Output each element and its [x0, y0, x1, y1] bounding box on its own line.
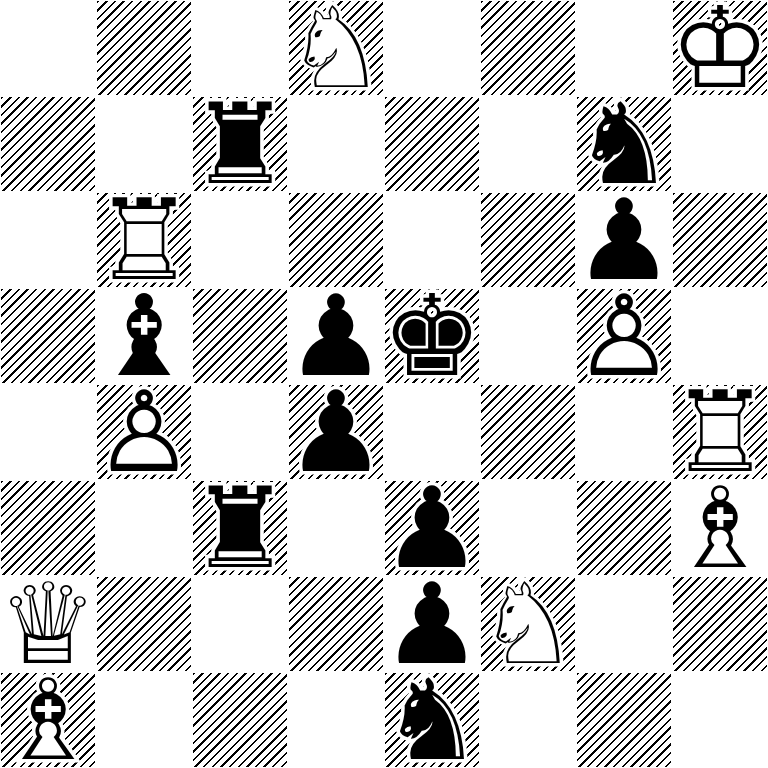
black-pawn-icon: ♟ — [384, 480, 480, 576]
black-pawn-underlay: ♟ — [288, 288, 384, 384]
white-knight-icon: ♘ — [480, 576, 576, 672]
square-c4[interactable] — [192, 384, 288, 480]
square-g2[interactable] — [576, 576, 672, 672]
square-h7[interactable] — [672, 96, 768, 192]
square-a2[interactable]: ♛♕ — [0, 576, 96, 672]
square-d6[interactable] — [288, 192, 384, 288]
black-pawn-icon: ♟ — [576, 192, 672, 288]
white-king-underlay: ♚ — [672, 0, 768, 96]
black-pawn-icon: ♟ — [384, 576, 480, 672]
black-pawn-underlay: ♟ — [288, 384, 384, 480]
white-rook-underlay: ♜ — [96, 192, 192, 288]
square-h2[interactable] — [672, 576, 768, 672]
white-knight-underlay: ♞ — [288, 0, 384, 96]
square-c2[interactable] — [192, 576, 288, 672]
square-h4[interactable]: ♜♖ — [672, 384, 768, 480]
square-f6[interactable] — [480, 192, 576, 288]
square-a5[interactable] — [0, 288, 96, 384]
square-e4[interactable] — [384, 384, 480, 480]
white-bishop-underlay: ♝ — [672, 480, 768, 576]
square-a1[interactable]: ♝♗ — [0, 672, 96, 768]
square-a6[interactable] — [0, 192, 96, 288]
square-h1[interactable] — [672, 672, 768, 768]
square-e3[interactable]: ♟♟ — [384, 480, 480, 576]
white-queen-underlay: ♛ — [0, 576, 96, 672]
white-pawn-underlay: ♟ — [576, 288, 672, 384]
square-g4[interactable] — [576, 384, 672, 480]
square-g6[interactable]: ♟♟ — [576, 192, 672, 288]
black-pawn-icon: ♟ — [288, 288, 384, 384]
square-e8[interactable] — [384, 0, 480, 96]
black-king-underlay: ♚ — [384, 288, 480, 384]
square-f2[interactable]: ♞♘ — [480, 576, 576, 672]
square-b5[interactable]: ♝♝ — [96, 288, 192, 384]
white-pawn-underlay: ♟ — [96, 384, 192, 480]
black-bishop-icon: ♝ — [96, 288, 192, 384]
square-a3[interactable] — [0, 480, 96, 576]
white-rook-icon: ♖ — [672, 384, 768, 480]
square-a7[interactable] — [0, 96, 96, 192]
square-f5[interactable] — [480, 288, 576, 384]
square-b4[interactable]: ♟♙ — [96, 384, 192, 480]
white-knight-underlay: ♞ — [480, 576, 576, 672]
square-a8[interactable] — [0, 0, 96, 96]
square-h3[interactable]: ♝♗ — [672, 480, 768, 576]
square-g5[interactable]: ♟♙ — [576, 288, 672, 384]
square-f4[interactable] — [480, 384, 576, 480]
square-c8[interactable] — [192, 0, 288, 96]
square-h6[interactable] — [672, 192, 768, 288]
black-knight-underlay: ♞ — [576, 96, 672, 192]
square-c5[interactable] — [192, 288, 288, 384]
square-g1[interactable] — [576, 672, 672, 768]
square-d8[interactable]: ♞♘ — [288, 0, 384, 96]
square-c3[interactable]: ♜♜ — [192, 480, 288, 576]
black-pawn-underlay: ♟ — [384, 480, 480, 576]
white-pawn-icon: ♙ — [96, 384, 192, 480]
square-c7[interactable]: ♜♜ — [192, 96, 288, 192]
black-knight-icon: ♞ — [384, 672, 480, 768]
square-d2[interactable] — [288, 576, 384, 672]
black-rook-icon: ♜ — [192, 96, 288, 192]
square-d3[interactable] — [288, 480, 384, 576]
square-g8[interactable] — [576, 0, 672, 96]
square-d7[interactable] — [288, 96, 384, 192]
square-h5[interactable] — [672, 288, 768, 384]
white-rook-underlay: ♜ — [672, 384, 768, 480]
white-queen-icon: ♕ — [0, 576, 96, 672]
black-knight-icon: ♞ — [576, 96, 672, 192]
square-f8[interactable] — [480, 0, 576, 96]
square-h8[interactable]: ♚♔ — [672, 0, 768, 96]
black-knight-underlay: ♞ — [384, 672, 480, 768]
square-f3[interactable] — [480, 480, 576, 576]
square-d5[interactable]: ♟♟ — [288, 288, 384, 384]
square-e7[interactable] — [384, 96, 480, 192]
white-rook-icon: ♖ — [96, 192, 192, 288]
black-rook-underlay: ♜ — [192, 96, 288, 192]
white-pawn-icon: ♙ — [576, 288, 672, 384]
square-e5[interactable]: ♚♚ — [384, 288, 480, 384]
black-pawn-icon: ♟ — [288, 384, 384, 480]
square-g3[interactable] — [576, 480, 672, 576]
chess-board: ♞♘♚♔♜♜♞♞♜♖♟♟♝♝♟♟♚♚♟♙♟♙♟♟♜♖♜♜♟♟♝♗♛♕♟♟♞♘♝♗… — [0, 0, 768, 768]
white-bishop-icon: ♗ — [0, 672, 96, 768]
square-e1[interactable]: ♞♞ — [384, 672, 480, 768]
white-bishop-icon: ♗ — [672, 480, 768, 576]
square-e6[interactable] — [384, 192, 480, 288]
square-c6[interactable] — [192, 192, 288, 288]
black-rook-icon: ♜ — [192, 480, 288, 576]
white-knight-icon: ♘ — [288, 0, 384, 96]
square-a4[interactable] — [0, 384, 96, 480]
black-bishop-underlay: ♝ — [96, 288, 192, 384]
square-b6[interactable]: ♜♖ — [96, 192, 192, 288]
black-king-icon: ♚ — [384, 288, 480, 384]
square-f7[interactable] — [480, 96, 576, 192]
square-d4[interactable]: ♟♟ — [288, 384, 384, 480]
square-f1[interactable] — [480, 672, 576, 768]
white-king-icon: ♔ — [672, 0, 768, 96]
black-rook-underlay: ♜ — [192, 480, 288, 576]
square-b2[interactable] — [96, 576, 192, 672]
square-b8[interactable] — [96, 0, 192, 96]
square-c1[interactable] — [192, 672, 288, 768]
white-bishop-underlay: ♝ — [0, 672, 96, 768]
square-g7[interactable]: ♞♞ — [576, 96, 672, 192]
black-pawn-underlay: ♟ — [384, 576, 480, 672]
square-b3[interactable] — [96, 480, 192, 576]
square-b1[interactable] — [96, 672, 192, 768]
black-pawn-underlay: ♟ — [576, 192, 672, 288]
square-e2[interactable]: ♟♟ — [384, 576, 480, 672]
square-d1[interactable] — [288, 672, 384, 768]
square-b7[interactable] — [96, 96, 192, 192]
